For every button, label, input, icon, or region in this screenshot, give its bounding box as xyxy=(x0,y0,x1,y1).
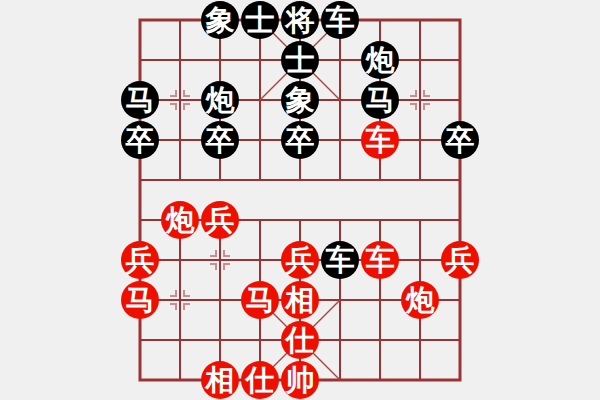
piece-black-soldier[interactable]: 卒 xyxy=(281,121,319,159)
piece-black-soldier[interactable]: 卒 xyxy=(121,121,159,159)
piece-red-horse[interactable]: 马 xyxy=(241,281,279,319)
xiangqi-app: 象士将车士炮马炮象马卒卒卒车卒炮兵兵兵车车兵马马相炮仕相仕帅 xyxy=(0,0,600,400)
piece-black-elephant[interactable]: 象 xyxy=(201,1,239,39)
piece-red-cannon[interactable]: 炮 xyxy=(161,201,199,239)
piece-red-chariot[interactable]: 车 xyxy=(361,121,399,159)
piece-red-general[interactable]: 帅 xyxy=(281,361,319,399)
piece-red-soldier[interactable]: 兵 xyxy=(441,241,479,279)
xiangqi-board[interactable]: 象士将车士炮马炮象马卒卒卒车卒炮兵兵兵车车兵马马相炮仕相仕帅 xyxy=(120,0,480,400)
piece-red-soldier[interactable]: 兵 xyxy=(201,201,239,239)
piece-red-chariot[interactable]: 车 xyxy=(361,241,399,279)
piece-black-general[interactable]: 将 xyxy=(281,1,319,39)
piece-black-chariot[interactable]: 车 xyxy=(321,1,359,39)
piece-black-cannon[interactable]: 炮 xyxy=(201,81,239,119)
piece-red-soldier[interactable]: 兵 xyxy=(121,241,159,279)
piece-black-soldier[interactable]: 卒 xyxy=(201,121,239,159)
piece-red-elephant[interactable]: 相 xyxy=(201,361,239,399)
piece-black-horse[interactable]: 马 xyxy=(121,81,159,119)
piece-black-elephant[interactable]: 象 xyxy=(281,81,319,119)
piece-red-advisor[interactable]: 仕 xyxy=(281,321,319,359)
piece-red-elephant[interactable]: 相 xyxy=(281,281,319,319)
piece-red-horse[interactable]: 马 xyxy=(121,281,159,319)
piece-black-horse[interactable]: 马 xyxy=(361,81,399,119)
piece-black-advisor[interactable]: 士 xyxy=(281,41,319,79)
piece-black-soldier[interactable]: 卒 xyxy=(441,121,479,159)
piece-red-advisor[interactable]: 仕 xyxy=(241,361,279,399)
piece-black-cannon[interactable]: 炮 xyxy=(361,41,399,79)
piece-black-advisor[interactable]: 士 xyxy=(241,1,279,39)
piece-black-chariot[interactable]: 车 xyxy=(321,241,359,279)
piece-red-soldier[interactable]: 兵 xyxy=(281,241,319,279)
piece-red-cannon[interactable]: 炮 xyxy=(401,281,439,319)
